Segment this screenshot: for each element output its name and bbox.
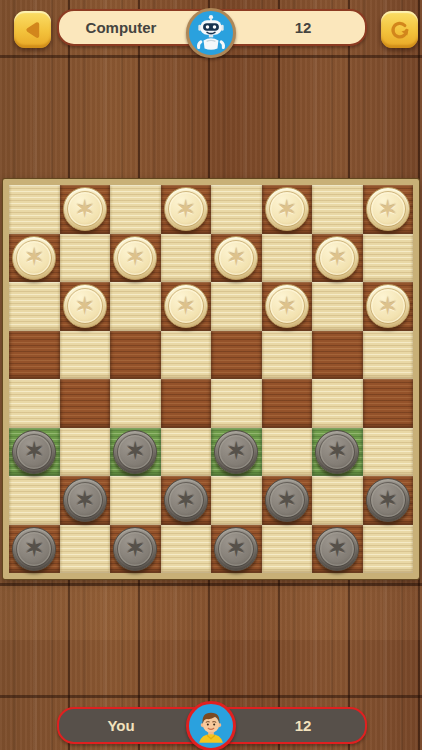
white-piece[interactable]: ✶: [63, 284, 107, 328]
opponent-name: Computer: [59, 19, 183, 36]
square-6-5[interactable]: ✶: [211, 428, 262, 477]
square-1-8[interactable]: ✶: [363, 185, 414, 234]
square-6-3[interactable]: ✶: [110, 428, 161, 477]
square-1-1: [9, 185, 60, 234]
square-7-2[interactable]: ✶: [60, 476, 111, 525]
square-5-4[interactable]: [161, 379, 212, 428]
opponent-avatar: [186, 8, 236, 58]
star-icon: ✶: [226, 536, 247, 561]
square-2-7[interactable]: ✶: [312, 234, 363, 283]
square-4-1[interactable]: [9, 331, 60, 380]
star-icon: ✶: [125, 536, 146, 561]
star-icon: ✶: [125, 439, 146, 464]
white-piece[interactable]: ✶: [164, 187, 208, 231]
square-3-7: [312, 282, 363, 331]
white-piece[interactable]: ✶: [315, 236, 359, 280]
square-3-8[interactable]: ✶: [363, 282, 414, 331]
grey-piece[interactable]: ✶: [164, 478, 208, 522]
square-3-1: [9, 282, 60, 331]
square-1-7: [312, 185, 363, 234]
square-8-2: [60, 525, 111, 574]
player-name: You: [59, 717, 183, 734]
player-score: 12: [241, 717, 365, 734]
board-grid: ✶✶✶✶✶✶✶✶✶✶✶✶✶✶✶✶✶✶✶✶✶✶✶✶: [9, 185, 413, 573]
white-piece[interactable]: ✶: [265, 187, 309, 231]
square-2-1[interactable]: ✶: [9, 234, 60, 283]
square-2-3[interactable]: ✶: [110, 234, 161, 283]
square-5-3: [110, 379, 161, 428]
square-4-5[interactable]: [211, 331, 262, 380]
square-5-7: [312, 379, 363, 428]
square-4-6: [262, 331, 313, 380]
restart-icon: [388, 18, 412, 42]
star-icon: ✶: [226, 245, 247, 270]
star-icon: ✶: [226, 439, 247, 464]
square-3-3: [110, 282, 161, 331]
square-5-2[interactable]: [60, 379, 111, 428]
white-piece[interactable]: ✶: [63, 187, 107, 231]
grey-piece[interactable]: ✶: [214, 430, 258, 474]
square-3-2[interactable]: ✶: [60, 282, 111, 331]
square-5-8[interactable]: [363, 379, 414, 428]
checkers-board: ✶✶✶✶✶✶✶✶✶✶✶✶✶✶✶✶✶✶✶✶✶✶✶✶: [3, 179, 419, 579]
boy-avatar-icon: [189, 704, 233, 748]
robot-avatar-icon: [189, 11, 233, 55]
star-icon: ✶: [276, 294, 297, 319]
square-6-2: [60, 428, 111, 477]
star-icon: ✶: [175, 197, 196, 222]
star-icon: ✶: [175, 294, 196, 319]
grey-piece[interactable]: ✶: [265, 478, 309, 522]
square-8-5[interactable]: ✶: [211, 525, 262, 574]
square-4-4: [161, 331, 212, 380]
square-2-8: [363, 234, 414, 283]
square-5-1: [9, 379, 60, 428]
restart-button[interactable]: [381, 11, 418, 48]
square-3-4[interactable]: ✶: [161, 282, 212, 331]
star-icon: ✶: [74, 294, 95, 319]
star-icon: ✶: [276, 197, 297, 222]
grey-piece[interactable]: ✶: [113, 430, 157, 474]
grey-piece[interactable]: ✶: [214, 527, 258, 571]
square-1-4[interactable]: ✶: [161, 185, 212, 234]
star-icon: ✶: [327, 439, 348, 464]
white-piece[interactable]: ✶: [164, 284, 208, 328]
square-7-6[interactable]: ✶: [262, 476, 313, 525]
square-7-7: [312, 476, 363, 525]
grey-piece[interactable]: ✶: [366, 478, 410, 522]
square-2-6: [262, 234, 313, 283]
star-icon: ✶: [327, 245, 348, 270]
square-8-4: [161, 525, 212, 574]
white-piece[interactable]: ✶: [214, 236, 258, 280]
back-icon: [21, 18, 45, 42]
grey-piece[interactable]: ✶: [63, 478, 107, 522]
square-3-5: [211, 282, 262, 331]
square-7-8[interactable]: ✶: [363, 476, 414, 525]
star-icon: ✶: [125, 245, 146, 270]
square-6-6: [262, 428, 313, 477]
square-7-5: [211, 476, 262, 525]
white-piece[interactable]: ✶: [265, 284, 309, 328]
star-icon: ✶: [74, 197, 95, 222]
square-7-3: [110, 476, 161, 525]
square-8-7[interactable]: ✶: [312, 525, 363, 574]
square-1-5: [211, 185, 262, 234]
square-6-7[interactable]: ✶: [312, 428, 363, 477]
white-piece[interactable]: ✶: [366, 187, 410, 231]
star-icon: ✶: [175, 488, 196, 513]
white-piece[interactable]: ✶: [12, 236, 56, 280]
square-3-6[interactable]: ✶: [262, 282, 313, 331]
player-avatar: [186, 701, 236, 750]
square-6-8: [363, 428, 414, 477]
star-icon: ✶: [377, 197, 398, 222]
square-4-8: [363, 331, 414, 380]
square-7-4[interactable]: ✶: [161, 476, 212, 525]
star-icon: ✶: [327, 536, 348, 561]
white-piece[interactable]: ✶: [113, 236, 157, 280]
square-8-6: [262, 525, 313, 574]
grey-piece[interactable]: ✶: [315, 527, 359, 571]
square-2-4: [161, 234, 212, 283]
square-5-5: [211, 379, 262, 428]
square-4-3[interactable]: [110, 331, 161, 380]
square-5-6[interactable]: [262, 379, 313, 428]
square-1-6[interactable]: ✶: [262, 185, 313, 234]
square-7-1: [9, 476, 60, 525]
square-2-2: [60, 234, 111, 283]
white-piece[interactable]: ✶: [366, 284, 410, 328]
star-icon: ✶: [74, 488, 95, 513]
grey-piece[interactable]: ✶: [315, 430, 359, 474]
square-4-2: [60, 331, 111, 380]
star-icon: ✶: [377, 294, 398, 319]
square-8-1[interactable]: ✶: [9, 525, 60, 574]
grey-piece[interactable]: ✶: [12, 527, 56, 571]
star-icon: ✶: [276, 488, 297, 513]
square-1-3: [110, 185, 161, 234]
square-1-2[interactable]: ✶: [60, 185, 111, 234]
square-8-3[interactable]: ✶: [110, 525, 161, 574]
grey-piece[interactable]: ✶: [113, 527, 157, 571]
star-icon: ✶: [24, 536, 45, 561]
square-2-5[interactable]: ✶: [211, 234, 262, 283]
square-6-1[interactable]: ✶: [9, 428, 60, 477]
star-icon: ✶: [377, 488, 398, 513]
square-6-4: [161, 428, 212, 477]
opponent-score: 12: [241, 19, 365, 36]
square-4-7[interactable]: [312, 331, 363, 380]
grey-piece[interactable]: ✶: [12, 430, 56, 474]
star-icon: ✶: [24, 245, 45, 270]
square-8-8: [363, 525, 414, 574]
back-button[interactable]: [14, 11, 51, 48]
star-icon: ✶: [24, 439, 45, 464]
